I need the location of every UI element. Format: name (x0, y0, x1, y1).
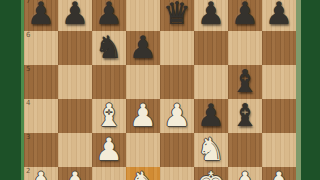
square-g5[interactable]: ♝ (228, 65, 262, 99)
right-edge-strip (296, 0, 301, 180)
square-d6[interactable]: ♟ (126, 31, 160, 65)
square-f6[interactable] (194, 31, 228, 65)
square-b3[interactable] (58, 133, 92, 167)
square-c3[interactable]: ♟ (92, 133, 126, 167)
square-h6[interactable] (262, 31, 296, 65)
white-pawn-b2[interactable]: ♟ (61, 166, 89, 180)
white-knight-d2[interactable]: ♞ (129, 166, 157, 180)
rank-label-5: 5 (26, 66, 30, 73)
white-pawn-a2[interactable]: ♟ (27, 166, 55, 180)
square-h5[interactable] (262, 65, 296, 99)
rank-label-6: 6 (26, 32, 30, 39)
square-e6[interactable] (160, 31, 194, 65)
square-h2[interactable]: ♟ (262, 167, 296, 180)
white-knight-f3[interactable]: ♞ (197, 132, 225, 166)
square-a7[interactable]: 7♟ (24, 0, 58, 31)
square-b5[interactable] (58, 65, 92, 99)
square-f3[interactable]: ♞ (194, 133, 228, 167)
square-g3[interactable] (228, 133, 262, 167)
square-a2[interactable]: 2♟ (24, 167, 58, 180)
square-h4[interactable] (262, 99, 296, 133)
square-f7[interactable]: ♟ (194, 0, 228, 31)
square-b4[interactable] (58, 99, 92, 133)
square-a3[interactable]: 3 (24, 133, 58, 167)
square-b2[interactable]: ♟ (58, 167, 92, 180)
square-c5[interactable] (92, 65, 126, 99)
white-pawn-h2[interactable]: ♟ (265, 166, 293, 180)
square-a5[interactable]: 5 (24, 65, 58, 99)
square-d7[interactable] (126, 0, 160, 31)
black-pawn-c7[interactable]: ♟ (95, 0, 123, 30)
square-a4[interactable]: 4 (24, 99, 58, 133)
black-pawn-f7[interactable]: ♟ (197, 0, 225, 30)
square-g4[interactable]: ♝ (228, 99, 262, 133)
white-king-f2[interactable]: ♚ (197, 166, 225, 180)
black-bishop-g5[interactable]: ♝ (231, 64, 259, 98)
square-d4[interactable]: ♟ (126, 99, 160, 133)
square-f4[interactable]: ♟ (194, 99, 228, 133)
white-pawn-g2[interactable]: ♟ (231, 166, 259, 180)
black-queen-e7[interactable]: ♛ (163, 0, 191, 30)
white-pawn-d4[interactable]: ♟ (129, 98, 157, 132)
square-e4[interactable]: ♟ (160, 99, 194, 133)
square-b6[interactable] (58, 31, 92, 65)
square-e2[interactable] (160, 167, 194, 180)
black-pawn-g7[interactable]: ♟ (231, 0, 259, 30)
square-e5[interactable] (160, 65, 194, 99)
white-bishop-c4[interactable]: ♝ (95, 98, 123, 132)
square-g2[interactable]: ♟ (228, 167, 262, 180)
chess-board: 7♟♟♟♛♟♟♟6♞♟5♝4♝♟♟♟♝3♟♞2♟♟♞♚♟♟ (24, 0, 296, 180)
black-knight-c6[interactable]: ♞ (95, 30, 123, 64)
square-g7[interactable]: ♟ (228, 0, 262, 31)
rank-label-3: 3 (26, 134, 30, 141)
black-pawn-h7[interactable]: ♟ (265, 0, 293, 30)
black-pawn-b7[interactable]: ♟ (61, 0, 89, 30)
black-pawn-d6[interactable]: ♟ (129, 30, 157, 64)
square-h7[interactable]: ♟ (262, 0, 296, 31)
square-c6[interactable]: ♞ (92, 31, 126, 65)
square-c2[interactable] (92, 167, 126, 180)
square-e7[interactable]: ♛ (160, 0, 194, 31)
square-d3[interactable] (126, 133, 160, 167)
square-c7[interactable]: ♟ (92, 0, 126, 31)
square-a6[interactable]: 6 (24, 31, 58, 65)
square-f2[interactable]: ♚ (194, 167, 228, 180)
square-c4[interactable]: ♝ (92, 99, 126, 133)
square-h3[interactable] (262, 133, 296, 167)
video-frame: 7♟♟♟♛♟♟♟6♞♟5♝4♝♟♟♟♝3♟♞2♟♟♞♚♟♟ (0, 0, 320, 180)
square-d5[interactable] (126, 65, 160, 99)
black-bishop-g4[interactable]: ♝ (231, 98, 259, 132)
white-pawn-e4[interactable]: ♟ (163, 98, 191, 132)
black-pawn-a7[interactable]: ♟ (27, 0, 55, 30)
square-d2[interactable]: ♞ (126, 167, 160, 180)
square-f5[interactable] (194, 65, 228, 99)
square-e3[interactable] (160, 133, 194, 167)
square-b7[interactable]: ♟ (58, 0, 92, 31)
white-pawn-c3[interactable]: ♟ (95, 132, 123, 166)
rank-label-4: 4 (26, 100, 30, 107)
square-g6[interactable] (228, 31, 262, 65)
black-pawn-f4[interactable]: ♟ (197, 98, 225, 132)
